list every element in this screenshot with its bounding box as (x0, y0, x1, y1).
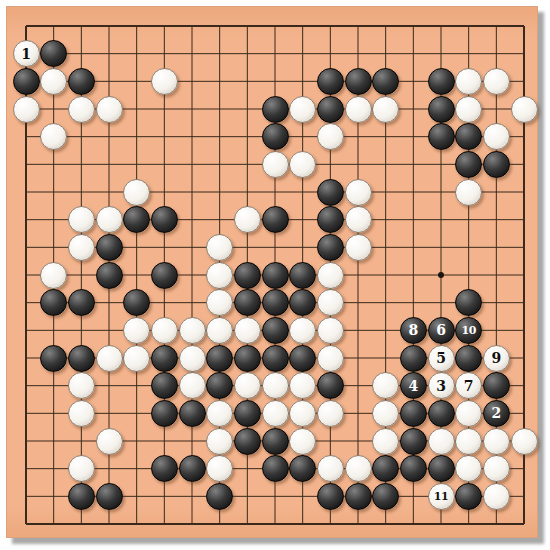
stone-white (68, 206, 95, 233)
stone-black (289, 345, 316, 372)
stone-black (96, 262, 123, 289)
stone-black (96, 483, 123, 510)
stone-white (372, 400, 399, 427)
stone-white (483, 123, 510, 150)
stone-black: 6 (428, 317, 455, 344)
stone-black (234, 345, 261, 372)
star-point (438, 272, 444, 278)
stone-black (483, 151, 510, 178)
stone-white (206, 317, 233, 344)
stone-black (179, 400, 206, 427)
stone-black (151, 206, 178, 233)
stone-black (262, 317, 289, 344)
stone-black (234, 400, 261, 427)
move-number-label: 4 (408, 379, 418, 393)
move-number-label: 8 (408, 323, 418, 337)
stone-black (151, 345, 178, 372)
move-number-label: 10 (462, 325, 476, 336)
stone-black (317, 234, 344, 261)
move-number-label: 7 (464, 379, 474, 393)
stone-black (96, 234, 123, 261)
stone-white (179, 372, 206, 399)
stone-white (483, 455, 510, 482)
stone-white (289, 96, 316, 123)
stone-black (262, 289, 289, 316)
stone-white (317, 317, 344, 344)
stone-black (262, 345, 289, 372)
stone-white: 5 (428, 345, 455, 372)
stone-white (68, 400, 95, 427)
stone-white (40, 68, 67, 95)
stone-black (262, 123, 289, 150)
stone-black (317, 483, 344, 510)
stone-white (123, 345, 150, 372)
stone-black: 10 (455, 317, 482, 344)
move-number-label: 3 (436, 379, 446, 393)
stone-black (317, 179, 344, 206)
stone-white (206, 234, 233, 261)
move-number-label: 5 (436, 351, 446, 365)
stone-black (40, 345, 67, 372)
move-number-label: 1 (21, 47, 31, 61)
stone-black (317, 206, 344, 233)
stone-black (262, 455, 289, 482)
stone-white (68, 234, 95, 261)
stone-white (455, 68, 482, 95)
stone-white (206, 428, 233, 455)
stone-black (428, 123, 455, 150)
stone-white (234, 206, 261, 233)
stone-black (151, 262, 178, 289)
move-number-label: 11 (434, 491, 448, 502)
move-number-label: 9 (491, 351, 501, 365)
stone-white (40, 262, 67, 289)
stone-white (179, 317, 206, 344)
move-number-label: 6 (436, 323, 446, 337)
stone-black (317, 96, 344, 123)
stone-white (317, 400, 344, 427)
stone-black (262, 206, 289, 233)
stone-black (179, 455, 206, 482)
stone-black: 2 (483, 400, 510, 427)
stone-white (289, 151, 316, 178)
stone-white (317, 345, 344, 372)
stone-white (151, 317, 178, 344)
stone-white (345, 96, 372, 123)
stone-white (289, 428, 316, 455)
stone-black (13, 68, 40, 95)
stone-black (400, 345, 427, 372)
stone-white (262, 151, 289, 178)
stone-black (428, 455, 455, 482)
stone-black (206, 345, 233, 372)
stone-black (262, 262, 289, 289)
stone-black (455, 483, 482, 510)
stone-white (234, 317, 261, 344)
stone-white (317, 289, 344, 316)
stone-black (68, 289, 95, 316)
stone-white (13, 96, 40, 123)
stone-black (372, 483, 399, 510)
stone-white (234, 372, 261, 399)
stone-black (317, 68, 344, 95)
screenshot-canvas: 1861059437211 (0, 0, 550, 550)
stone-white (428, 428, 455, 455)
stone-white (345, 234, 372, 261)
stone-black (428, 96, 455, 123)
stone-black (262, 428, 289, 455)
stone-black (400, 428, 427, 455)
stone-black (428, 400, 455, 427)
stone-black (206, 483, 233, 510)
stone-black (400, 455, 427, 482)
stone-white (96, 428, 123, 455)
stone-white (345, 179, 372, 206)
stone-black (151, 372, 178, 399)
stone-black (234, 262, 261, 289)
stone-white (123, 179, 150, 206)
stone-white (483, 428, 510, 455)
stone-black (428, 68, 455, 95)
stone-white (372, 96, 399, 123)
stone-white (317, 123, 344, 150)
stone-white (123, 317, 150, 344)
stone-white (289, 400, 316, 427)
stone-black (345, 68, 372, 95)
stone-white (206, 262, 233, 289)
stone-black (400, 400, 427, 427)
stone-white (262, 400, 289, 427)
stone-white (455, 428, 482, 455)
stone-white: 1 (13, 40, 40, 67)
stone-white (68, 372, 95, 399)
stone-black: 4 (400, 372, 427, 399)
stone-white (345, 455, 372, 482)
stone-white (372, 428, 399, 455)
stone-black: 8 (400, 317, 427, 344)
stone-white (151, 68, 178, 95)
stone-white (511, 428, 538, 455)
stone-white: 11 (428, 483, 455, 510)
stone-black (345, 483, 372, 510)
stone-white (68, 455, 95, 482)
stone-white (511, 96, 538, 123)
stone-black (68, 68, 95, 95)
stone-white (289, 317, 316, 344)
stone-white (345, 206, 372, 233)
stone-black (455, 345, 482, 372)
move-number-label: 2 (491, 406, 501, 420)
stone-white (317, 455, 344, 482)
stone-black (68, 483, 95, 510)
stone-white: 3 (428, 372, 455, 399)
go-board[interactable]: 1861059437211 (6, 6, 538, 538)
stone-black (151, 400, 178, 427)
stone-white (455, 96, 482, 123)
stone-black (455, 151, 482, 178)
stone-white (483, 483, 510, 510)
stone-white (262, 372, 289, 399)
stone-white (483, 68, 510, 95)
stone-white (206, 400, 233, 427)
stone-black (262, 96, 289, 123)
stone-black (289, 262, 316, 289)
stone-black (372, 68, 399, 95)
stone-white (96, 96, 123, 123)
stone-black (317, 372, 344, 399)
stone-white (96, 206, 123, 233)
stone-white (455, 179, 482, 206)
stone-black (151, 455, 178, 482)
stone-black (68, 345, 95, 372)
stone-white (455, 400, 482, 427)
stone-white (68, 96, 95, 123)
stone-black (234, 428, 261, 455)
stone-white: 9 (483, 345, 510, 372)
stone-black (234, 289, 261, 316)
stone-black (483, 372, 510, 399)
stone-white (96, 345, 123, 372)
stone-white (179, 345, 206, 372)
stone-white (317, 262, 344, 289)
